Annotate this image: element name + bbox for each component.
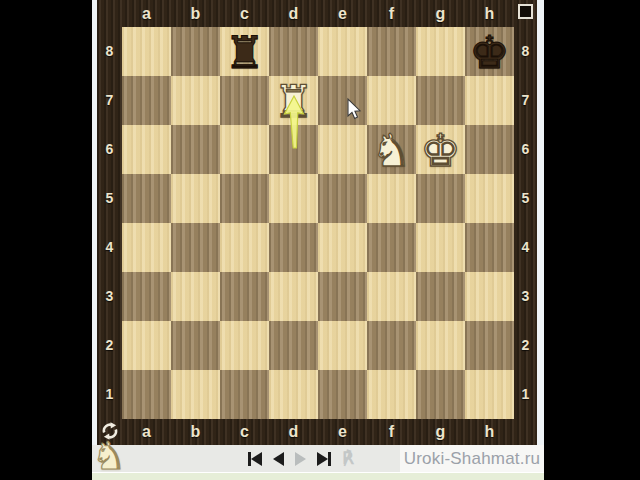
- square-h4[interactable]: [465, 223, 514, 272]
- next-move-button[interactable]: [295, 452, 306, 466]
- square-h6[interactable]: [465, 125, 514, 174]
- file-label-top-h: h: [465, 0, 514, 27]
- file-label-top-c: c: [220, 0, 269, 27]
- rank-label-left-3: 3: [97, 272, 122, 321]
- square-b8[interactable]: [171, 27, 220, 76]
- square-g4[interactable]: [416, 223, 465, 272]
- watermark: Uroki-Shahmat.ru: [400, 445, 544, 472]
- black-king-h8[interactable]: ♚: [465, 27, 514, 76]
- square-b2[interactable]: [171, 321, 220, 370]
- square-f3[interactable]: [367, 272, 416, 321]
- square-g5[interactable]: [416, 174, 465, 223]
- square-a8[interactable]: [122, 27, 171, 76]
- file-label-top-b: b: [171, 0, 220, 27]
- square-g3[interactable]: [416, 272, 465, 321]
- player-control-bar: ♞ ℟ Uroki-Shahmat.ru: [92, 445, 544, 472]
- square-f2[interactable]: [367, 321, 416, 370]
- rank-label-right-2: 2: [514, 321, 537, 370]
- chess-board[interactable]: [122, 27, 514, 419]
- square-b4[interactable]: [171, 223, 220, 272]
- square-c6[interactable]: [220, 125, 269, 174]
- file-label-top-a: a: [122, 0, 171, 27]
- rank-label-left-2: 2: [97, 321, 122, 370]
- square-a3[interactable]: [122, 272, 171, 321]
- bottom-accent-strip: [92, 472, 544, 480]
- rank-label-left-5: 5: [97, 174, 122, 223]
- flip-board-icon[interactable]: [100, 421, 120, 441]
- rank-label-right-3: 3: [514, 272, 537, 321]
- fullscreen-icon[interactable]: [518, 4, 533, 19]
- file-label-bottom-b: b: [171, 419, 220, 445]
- file-label-bottom-e: e: [318, 419, 367, 445]
- repeat-button[interactable]: ℟: [342, 445, 354, 472]
- square-c1[interactable]: [220, 370, 269, 419]
- square-b6[interactable]: [171, 125, 220, 174]
- square-d5[interactable]: [269, 174, 318, 223]
- square-d2[interactable]: [269, 321, 318, 370]
- rank-label-left-8: 8: [97, 27, 122, 76]
- rank-label-right-5: 5: [514, 174, 537, 223]
- square-d1[interactable]: [269, 370, 318, 419]
- square-e7[interactable]: [318, 76, 367, 125]
- square-c2[interactable]: [220, 321, 269, 370]
- square-e3[interactable]: [318, 272, 367, 321]
- white-rook-d7[interactable]: ♜: [269, 76, 318, 125]
- square-a1[interactable]: [122, 370, 171, 419]
- square-f1[interactable]: [367, 370, 416, 419]
- previous-move-button[interactable]: [273, 452, 284, 466]
- go-to-start-button[interactable]: [248, 452, 262, 466]
- file-label-top-f: f: [367, 0, 416, 27]
- square-g7[interactable]: [416, 76, 465, 125]
- move-navigation: ℟: [248, 445, 354, 472]
- square-b5[interactable]: [171, 174, 220, 223]
- square-b7[interactable]: [171, 76, 220, 125]
- square-f8[interactable]: [367, 27, 416, 76]
- square-e1[interactable]: [318, 370, 367, 419]
- square-e6[interactable]: [318, 125, 367, 174]
- video-frame: aabbccddeeffgghh8877665544332211 ♜♚♜♞♚ ♞…: [0, 0, 640, 480]
- square-g1[interactable]: [416, 370, 465, 419]
- file-label-top-e: e: [318, 0, 367, 27]
- square-d3[interactable]: [269, 272, 318, 321]
- square-a4[interactable]: [122, 223, 171, 272]
- rank-label-left-7: 7: [97, 76, 122, 125]
- right-margin-strip: [537, 0, 544, 445]
- go-to-end-button[interactable]: [317, 452, 331, 466]
- square-a5[interactable]: [122, 174, 171, 223]
- file-label-bottom-h: h: [465, 419, 514, 445]
- square-c4[interactable]: [220, 223, 269, 272]
- square-f7[interactable]: [367, 76, 416, 125]
- square-f4[interactable]: [367, 223, 416, 272]
- square-h7[interactable]: [465, 76, 514, 125]
- file-label-bottom-a: a: [122, 419, 171, 445]
- repeat-r-icon: ℟: [342, 445, 354, 472]
- square-c5[interactable]: [220, 174, 269, 223]
- square-h3[interactable]: [465, 272, 514, 321]
- square-a6[interactable]: [122, 125, 171, 174]
- file-label-top-g: g: [416, 0, 465, 27]
- play-icon: [295, 452, 306, 466]
- square-h1[interactable]: [465, 370, 514, 419]
- file-label-top-d: d: [269, 0, 318, 27]
- knight-logo-icon: ♞: [92, 437, 126, 475]
- square-a2[interactable]: [122, 321, 171, 370]
- file-label-bottom-d: d: [269, 419, 318, 445]
- rank-label-left-1: 1: [97, 370, 122, 419]
- square-e5[interactable]: [318, 174, 367, 223]
- rank-label-right-8: 8: [514, 27, 537, 76]
- rank-label-right-6: 6: [514, 125, 537, 174]
- rank-label-right-4: 4: [514, 223, 537, 272]
- square-d8[interactable]: [269, 27, 318, 76]
- square-a7[interactable]: [122, 76, 171, 125]
- file-label-bottom-f: f: [367, 419, 416, 445]
- square-b3[interactable]: [171, 272, 220, 321]
- previous-icon: [273, 452, 284, 466]
- square-g2[interactable]: [416, 321, 465, 370]
- square-e4[interactable]: [318, 223, 367, 272]
- square-c3[interactable]: [220, 272, 269, 321]
- square-d4[interactable]: [269, 223, 318, 272]
- rank-label-left-4: 4: [97, 223, 122, 272]
- square-d6[interactable]: [269, 125, 318, 174]
- square-b1[interactable]: [171, 370, 220, 419]
- rank-label-right-7: 7: [514, 76, 537, 125]
- file-label-bottom-c: c: [220, 419, 269, 445]
- rank-label-right-1: 1: [514, 370, 537, 419]
- skip-to-end-icon: [317, 452, 328, 466]
- white-knight-f6[interactable]: ♞: [367, 125, 416, 174]
- rank-label-left-6: 6: [97, 125, 122, 174]
- square-h2[interactable]: [465, 321, 514, 370]
- file-label-bottom-g: g: [416, 419, 465, 445]
- black-rook-c8[interactable]: ♜: [220, 27, 269, 76]
- square-e8[interactable]: [318, 27, 367, 76]
- square-e2[interactable]: [318, 321, 367, 370]
- square-h5[interactable]: [465, 174, 514, 223]
- square-f5[interactable]: [367, 174, 416, 223]
- square-g8[interactable]: [416, 27, 465, 76]
- square-c7[interactable]: [220, 76, 269, 125]
- white-king-g6[interactable]: ♚: [416, 125, 465, 174]
